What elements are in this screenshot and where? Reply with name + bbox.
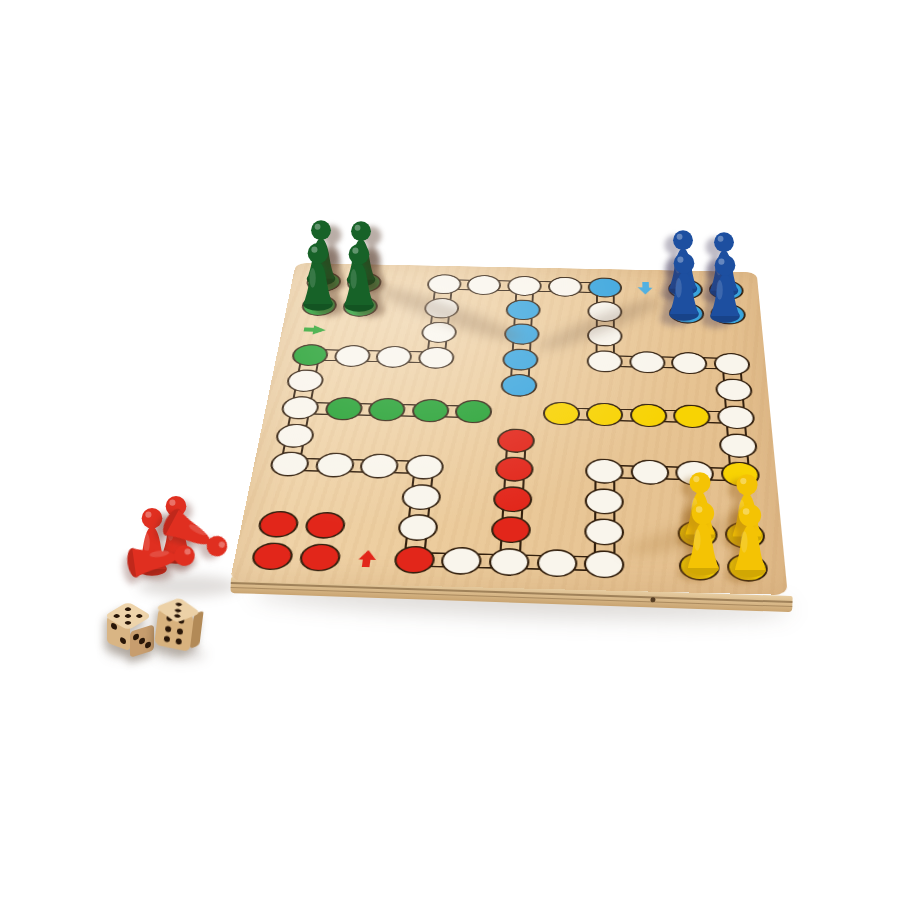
die-pip [176,638,183,645]
yellow-home-4 [673,404,711,428]
track-2-7 [587,325,623,347]
red-home-2 [494,456,534,482]
green-home-3 [411,399,450,423]
die-pip [173,614,181,619]
track-6-0 [274,423,316,448]
red-start-field [393,545,436,574]
track-8-7 [585,488,624,515]
blue-direction-arrow [637,282,653,295]
track-10-4 [440,546,483,575]
track-10-7 [584,550,625,579]
die-pip [120,636,126,644]
track-7-1 [314,452,356,478]
die-pip [139,637,145,645]
track-3-2 [375,346,414,368]
die-pip [174,608,182,613]
green-direction-arrow [303,325,327,335]
track-5-10 [716,405,755,429]
green-home-4 [454,400,493,424]
die-pip [164,625,171,632]
track-4-10 [715,379,753,402]
track-0-6 [547,277,582,298]
track-7-8 [630,459,669,485]
die-pip [175,602,183,607]
die-pip [163,635,170,642]
red-base-2 [303,512,347,539]
green-pawn-4[interactable] [341,243,377,313]
yellow-home-3 [630,403,668,427]
red-base-3 [250,542,295,570]
track-8-3 [400,484,442,511]
yellow-home-2 [586,402,623,426]
track-3-9 [671,352,708,375]
track-7-2 [359,453,400,479]
red-home-3 [492,486,532,513]
blue-pawn-4[interactable] [707,254,743,324]
blue-home-1 [505,299,541,320]
die-pip [124,620,132,625]
red-base-4 [298,543,343,571]
blue-home-4 [500,374,538,397]
track-9-7 [584,518,624,546]
track-7-0 [269,451,312,477]
track-10-5 [488,548,530,577]
track-0-3 [426,274,462,295]
die-2[interactable] [149,590,212,656]
track-3-7 [587,350,623,373]
track-0-4 [466,275,502,296]
track-6-10 [718,433,758,458]
blue-pawn-3[interactable] [666,252,702,322]
track-3-8 [629,351,665,374]
track-2-3 [420,322,457,344]
die-pip [113,613,121,618]
blue-home-2 [504,323,540,345]
track-9-3 [397,514,439,542]
red-home-1 [496,428,535,453]
track-1-3 [423,298,460,319]
red-home-4 [490,516,531,544]
track-3-1 [333,345,372,367]
track-0-5 [507,276,542,297]
track-5-0 [280,396,321,420]
yellow-home-1 [542,401,580,425]
blue-home-3 [502,348,539,371]
green-home-2 [367,398,407,422]
green-pawn-3[interactable] [300,242,336,312]
die-pip [177,628,184,635]
die-pip [133,633,139,641]
scene [0,0,900,900]
yellow-pawn-3[interactable] [684,501,723,577]
track-3-3 [417,347,455,370]
die-pip [135,613,143,618]
red-base-1 [256,511,300,538]
blue-start-field [588,277,622,298]
track-1-7 [587,301,622,322]
green-start-field [290,344,330,366]
red-direction-arrow [357,550,378,568]
die-pip [124,613,132,618]
track-3-10 [713,353,751,376]
track-10-6 [536,549,577,578]
track-7-3 [404,454,445,480]
green-home-1 [323,397,364,421]
yellow-pawn-4[interactable] [731,503,770,579]
die-pip [124,607,132,612]
track-7-7 [585,458,624,484]
track-4-0 [285,369,325,392]
